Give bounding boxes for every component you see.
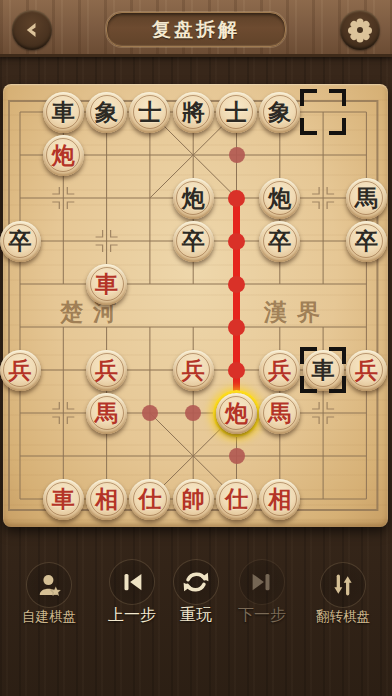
piece-character: 士	[138, 101, 161, 124]
piece-red-車[interactable]: 車	[86, 264, 127, 305]
replay-label: 重玩	[180, 605, 212, 626]
flip-board-label: 翻转棋盘	[316, 608, 370, 626]
piece-black-士[interactable]: 士	[216, 92, 257, 133]
piece-black-將[interactable]: 將	[173, 92, 214, 133]
piece-black-卒[interactable]: 卒	[173, 221, 214, 262]
piece-black-象[interactable]: 象	[259, 92, 300, 133]
piece-black-炮[interactable]: 炮	[259, 178, 300, 219]
custom-board-label: 自建棋盘	[22, 608, 76, 626]
person-star-icon	[27, 563, 71, 607]
piece-character: 卒	[182, 230, 205, 253]
piece-character: 兵	[95, 359, 118, 382]
back-button[interactable]	[12, 10, 52, 50]
piece-character: 帥	[182, 488, 205, 511]
move-marker-bracket	[300, 89, 346, 135]
move-hint-dot[interactable]	[229, 448, 245, 464]
piece-red-兵[interactable]: 兵	[86, 350, 127, 391]
piece-character: 炮	[52, 144, 75, 167]
piece-character: 兵	[268, 359, 291, 382]
piece-character: 象	[268, 101, 291, 124]
next-step-label: 下一步	[238, 605, 286, 626]
piece-character: 兵	[9, 359, 32, 382]
move-path-line	[233, 198, 240, 417]
piece-red-仕[interactable]: 仕	[129, 479, 170, 520]
piece-character: 相	[268, 488, 291, 511]
piece-character: 仕	[225, 488, 248, 511]
skip-forward-icon	[240, 560, 284, 604]
piece-red-炮[interactable]: 炮	[43, 135, 84, 176]
piece-character: 士	[225, 101, 248, 124]
xiangqi-board[interactable]: 楚河 漢界 車象士將士象炮炮炮馬卒卒卒卒車兵兵兵兵車兵馬炮馬車相仕帥仕相	[3, 84, 388, 527]
move-marker-bracket	[300, 347, 346, 393]
move-path-dot	[228, 362, 245, 379]
piece-red-兵[interactable]: 兵	[173, 350, 214, 391]
piece-red-兵[interactable]: 兵	[346, 350, 387, 391]
piece-red-帥[interactable]: 帥	[173, 479, 214, 520]
piece-red-馬[interactable]: 馬	[259, 393, 300, 434]
piece-character: 卒	[355, 230, 378, 253]
flip-board-button[interactable]: 翻转棋盘	[316, 563, 370, 626]
piece-red-相[interactable]: 相	[86, 479, 127, 520]
header-bar: 复盘拆解	[0, 0, 392, 57]
piece-red-仕[interactable]: 仕	[216, 479, 257, 520]
xiangqi-replay-screen: 复盘拆解 楚河 漢界 車象士將士象炮炮炮馬卒卒卒卒車兵兵兵兵車兵馬炮馬車相仕帥仕…	[0, 0, 392, 696]
restart-icon	[174, 560, 218, 604]
piece-black-象[interactable]: 象	[86, 92, 127, 133]
piece-character: 炮	[268, 187, 291, 210]
piece-character: 炮	[182, 187, 205, 210]
title-plaque: 复盘拆解	[106, 12, 286, 47]
piece-black-卒[interactable]: 卒	[346, 221, 387, 262]
piece-red-兵[interactable]: 兵	[0, 350, 41, 391]
move-path-dot	[228, 319, 245, 336]
piece-character: 車	[95, 273, 118, 296]
piece-character: 兵	[355, 359, 378, 382]
prev-step-button[interactable]: 上一步	[108, 560, 156, 626]
piece-character: 相	[95, 488, 118, 511]
piece-black-卒[interactable]: 卒	[0, 221, 41, 262]
piece-red-兵[interactable]: 兵	[259, 350, 300, 391]
piece-black-卒[interactable]: 卒	[259, 221, 300, 262]
piece-character: 象	[95, 101, 118, 124]
piece-red-炮[interactable]: 炮	[216, 393, 257, 434]
next-step-button[interactable]: 下一步	[238, 560, 286, 626]
piece-black-車[interactable]: 車	[43, 92, 84, 133]
piece-character: 仕	[138, 488, 161, 511]
piece-character: 卒	[9, 230, 32, 253]
piece-character: 車	[52, 101, 75, 124]
piece-black-士[interactable]: 士	[129, 92, 170, 133]
move-path-dot	[228, 276, 245, 293]
gear-icon	[348, 18, 372, 42]
piece-black-炮[interactable]: 炮	[173, 178, 214, 219]
piece-character: 卒	[268, 230, 291, 253]
move-hint-dot[interactable]	[142, 405, 158, 421]
piece-character: 兵	[182, 359, 205, 382]
pieces-grid: 車象士將士象炮炮炮馬卒卒卒卒車兵兵兵兵車兵馬炮馬車相仕帥仕相	[0, 91, 388, 521]
piece-red-車[interactable]: 車	[43, 479, 84, 520]
skip-back-icon	[110, 560, 154, 604]
flip-arrows-icon	[321, 563, 365, 607]
piece-red-馬[interactable]: 馬	[86, 393, 127, 434]
piece-character: 炮	[225, 402, 248, 425]
move-hint-dot[interactable]	[229, 147, 245, 163]
piece-red-相[interactable]: 相	[259, 479, 300, 520]
piece-character: 馬	[268, 402, 291, 425]
piece-black-馬[interactable]: 馬	[346, 178, 387, 219]
piece-character: 馬	[95, 402, 118, 425]
piece-character: 馬	[355, 187, 378, 210]
move-path-dot	[228, 190, 245, 207]
prev-step-label: 上一步	[108, 605, 156, 626]
page-title: 复盘拆解	[152, 17, 240, 43]
piece-character: 車	[52, 488, 75, 511]
move-path-dot	[228, 233, 245, 250]
back-chevron-icon	[20, 18, 44, 42]
piece-character: 將	[182, 101, 205, 124]
replay-button[interactable]: 重玩	[174, 560, 218, 626]
settings-button[interactable]	[340, 10, 380, 50]
custom-board-button[interactable]: 自建棋盘	[22, 563, 76, 626]
